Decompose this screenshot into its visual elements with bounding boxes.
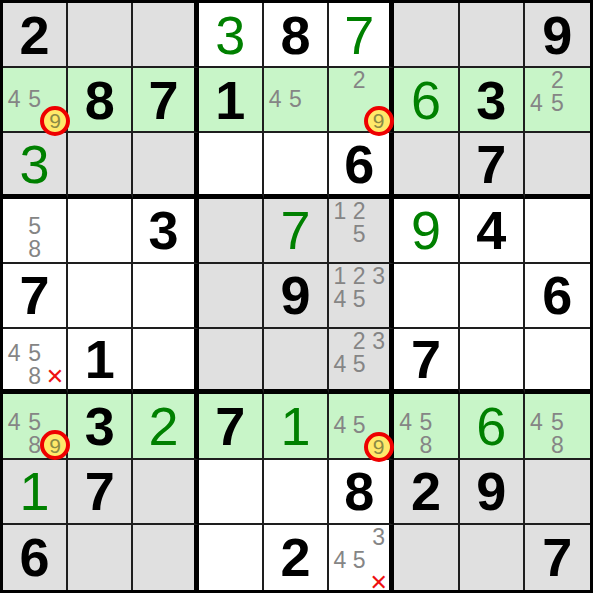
candidate-4: 4 (330, 414, 349, 437)
given-digit: 3 (149, 203, 179, 257)
candidate-4: 4 (4, 88, 24, 111)
pencil-slot-8 (350, 376, 369, 388)
pencil-slot-1 (4, 200, 24, 215)
pencil-slot-1 (330, 69, 349, 92)
pencil-marks: 345✕ (330, 526, 388, 589)
cell-r4c7[interactable]: 9 (394, 199, 459, 264)
pencil-slot-4 (330, 92, 349, 111)
cell-r7c9[interactable]: 458 (525, 394, 590, 459)
cell-r6c9[interactable] (525, 329, 590, 394)
cell-r3c3[interactable] (133, 133, 198, 198)
cell-r6c7[interactable]: 7 (394, 329, 459, 394)
cell-r2c8[interactable]: 3 (460, 68, 525, 133)
pencil-marks: 458 (526, 395, 589, 456)
pencil-slot-8 (350, 572, 369, 593)
pencil-slot-7 (395, 434, 415, 457)
given-digit: 1 (215, 73, 245, 127)
pencil-slot-7 (526, 434, 547, 457)
candidate-4: 4 (4, 411, 24, 434)
solved-digit: 6 (476, 399, 506, 453)
pencil-slot-9: 9 (369, 437, 388, 456)
cell-r7c7[interactable]: 458 (394, 394, 459, 459)
candidate-8: 8 (416, 434, 436, 457)
candidate-5: 5 (350, 223, 369, 246)
candidate-5: 5 (24, 215, 44, 238)
pencil-marks: 12345 (330, 265, 388, 326)
cell-r1c4[interactable]: 3 (199, 3, 264, 68)
given-digit: 6 (542, 268, 572, 322)
given-digit: 8 (280, 8, 310, 62)
cell-r2c7[interactable]: 6 (394, 68, 459, 133)
cell-r9c2[interactable] (68, 525, 133, 590)
candidate-4: 4 (265, 88, 285, 111)
pencil-slot-6 (369, 223, 388, 246)
candidate-5: 5 (24, 342, 44, 365)
candidate-5: 5 (547, 411, 568, 434)
pencil-marks: 2345 (330, 330, 388, 388)
cell-r4c9[interactable] (525, 199, 590, 264)
given-digit: 6 (344, 137, 374, 191)
candidate-3: 3 (369, 330, 388, 353)
given-digit: 7 (411, 332, 441, 386)
pencil-slot-1 (330, 330, 349, 353)
pencil-slot-3 (45, 69, 65, 88)
pencil-slot-3 (45, 200, 65, 215)
candidate-4: 4 (330, 353, 349, 376)
pencil-slot-6 (369, 549, 388, 572)
pencil-slot-3 (306, 69, 326, 88)
pencil-slot-3 (369, 395, 388, 414)
pencil-slot-6 (369, 353, 388, 376)
cell-r7c1[interactable]: 4589 (3, 394, 68, 459)
solved-digit: 2 (149, 399, 179, 453)
pencil-slot-5 (350, 92, 369, 111)
candidate-4: 4 (4, 342, 24, 365)
cell-r3c2[interactable] (68, 133, 133, 198)
cell-r4c3[interactable]: 3 (133, 199, 198, 264)
cell-r5c4[interactable] (199, 264, 264, 329)
pencil-slot-6 (568, 411, 589, 434)
candidate-5: 5 (547, 92, 568, 115)
cell-r2c9[interactable]: 245 (525, 68, 590, 133)
given-digit: 8 (344, 464, 374, 518)
pencil-marks: 459 (4, 69, 65, 130)
cell-r5c3[interactable] (133, 264, 198, 329)
candidate-4: 4 (395, 411, 415, 434)
cell-r6c2[interactable]: 1 (68, 329, 133, 394)
cell-r9c5[interactable]: 2 (264, 525, 329, 590)
candidate-5: 5 (24, 88, 44, 111)
cell-r8c2[interactable]: 7 (68, 460, 133, 525)
cell-r5c2[interactable] (68, 264, 133, 329)
cell-r3c4[interactable] (199, 133, 264, 198)
cell-r9c1[interactable]: 6 (3, 525, 68, 590)
candidate-4: 4 (526, 92, 547, 115)
cell-r7c6[interactable]: 459 (329, 394, 394, 459)
given-digit: 7 (149, 73, 179, 127)
candidate-1: 1 (330, 200, 349, 223)
pencil-slot-9: 9 (45, 434, 65, 457)
pencil-slot-1 (526, 69, 547, 92)
cell-r2c4[interactable]: 1 (199, 68, 264, 133)
cell-r5c8[interactable] (460, 264, 525, 329)
candidate-5: 5 (285, 88, 305, 111)
candidate-2: 2 (547, 69, 568, 92)
circled-candidate-9: 9 (364, 432, 394, 462)
cell-r1c5[interactable]: 8 (264, 3, 329, 68)
cell-r4c4[interactable] (199, 199, 264, 264)
cell-r1c8[interactable] (460, 3, 525, 68)
pencil-slot-7 (4, 111, 24, 130)
solved-digit: 3 (215, 8, 245, 62)
candidate-2: 2 (350, 69, 369, 92)
cell-r6c5[interactable] (264, 329, 329, 394)
circled-candidate-9: 9 (364, 106, 394, 136)
cell-r6c1[interactable]: 458✕ (3, 329, 68, 394)
cell-r7c3[interactable]: 2 (133, 394, 198, 459)
cell-r1c9[interactable]: 9 (525, 3, 590, 68)
cell-r3c8[interactable]: 7 (460, 133, 525, 198)
pencil-slot-3 (568, 395, 589, 410)
cell-r1c6[interactable]: 7 (329, 3, 394, 68)
cell-r8c7[interactable]: 2 (394, 460, 459, 525)
cell-r3c5[interactable] (264, 133, 329, 198)
candidate-3: 3 (369, 265, 388, 288)
cell-r1c2[interactable] (68, 3, 133, 68)
pencil-slot-6 (306, 88, 326, 111)
cell-r2c6[interactable]: 29 (329, 68, 394, 133)
pencil-marks: 125 (330, 200, 388, 261)
pencil-slot-9 (369, 246, 388, 261)
cell-r4c5[interactable]: 7 (264, 199, 329, 264)
cell-r8c8[interactable]: 9 (460, 460, 525, 525)
pencil-slot-7 (265, 111, 285, 130)
pencil-slot-7 (4, 365, 24, 388)
pencil-slot-9 (45, 238, 65, 261)
pencil-slot-8 (350, 311, 369, 326)
sudoku-board: 2387945987145296324536758371259479123456… (0, 0, 593, 593)
cell-r9c9[interactable]: 7 (525, 525, 590, 590)
cell-r5c5[interactable]: 9 (264, 264, 329, 329)
pencil-slot-6 (436, 411, 456, 434)
pencil-marks: 459 (330, 395, 388, 456)
candidate-4: 4 (330, 288, 349, 311)
solved-digit: 6 (411, 73, 441, 127)
pencil-marks: 458 (395, 395, 456, 456)
cell-r6c4[interactable] (199, 329, 264, 394)
pencil-slot-7 (4, 238, 24, 261)
given-digit: 9 (476, 464, 506, 518)
given-digit: 7 (542, 530, 572, 584)
cell-r6c6[interactable]: 2345 (329, 329, 394, 394)
pencil-slot-7 (330, 572, 349, 593)
cell-r9c3[interactable] (133, 525, 198, 590)
cell-r8c9[interactable] (525, 460, 590, 525)
cell-r1c1[interactable]: 2 (3, 3, 68, 68)
pencil-slot-2 (350, 526, 369, 549)
pencil-slot-6 (45, 342, 65, 365)
cell-r5c9[interactable]: 6 (525, 264, 590, 329)
cell-r8c6[interactable]: 8 (329, 460, 394, 525)
cell-r3c7[interactable] (394, 133, 459, 198)
pencil-marks: 58 (4, 200, 65, 261)
pencil-slot-7 (330, 311, 349, 326)
given-digit: 9 (280, 268, 310, 322)
pencil-slot-9 (369, 311, 388, 326)
given-digit: 7 (476, 137, 506, 191)
given-digit: 7 (215, 399, 245, 453)
pencil-slot-9: 9 (369, 111, 388, 130)
cell-r6c8[interactable] (460, 329, 525, 394)
pencil-slot-8 (285, 111, 305, 130)
pencil-slot-9 (436, 434, 456, 457)
cell-r3c1[interactable]: 3 (3, 133, 68, 198)
given-digit: 9 (542, 8, 572, 62)
candidate-5: 5 (24, 411, 44, 434)
pencil-slot-8 (547, 115, 568, 130)
candidate-1: 1 (330, 265, 349, 288)
cell-r2c2[interactable]: 8 (68, 68, 133, 133)
cell-r8c4[interactable] (199, 460, 264, 525)
pencil-slot-9: ✕ (45, 365, 65, 388)
cell-r9c8[interactable] (460, 525, 525, 590)
cell-r7c2[interactable]: 3 (68, 394, 133, 459)
pencil-slot-6 (568, 92, 589, 115)
pencil-slot-6 (369, 288, 388, 311)
pencil-slot-9 (369, 376, 388, 388)
cell-r8c5[interactable] (264, 460, 329, 525)
pencil-slot-3 (45, 330, 65, 342)
candidate-8: 8 (24, 238, 44, 261)
given-digit: 1 (85, 332, 115, 386)
pencil-slot-1 (330, 526, 349, 549)
pencil-slot-4 (4, 215, 24, 238)
cell-r4c2[interactable] (68, 199, 133, 264)
cell-r9c7[interactable] (394, 525, 459, 590)
candidate-8: 8 (547, 434, 568, 457)
cell-r5c7[interactable] (394, 264, 459, 329)
cell-r1c7[interactable] (394, 3, 459, 68)
candidate-5: 5 (350, 288, 369, 311)
pencil-slot-7 (330, 111, 349, 130)
given-digit: 3 (476, 73, 506, 127)
cell-r3c6[interactable]: 6 (329, 133, 394, 198)
pencil-slot-3 (369, 200, 388, 223)
candidate-2: 2 (350, 200, 369, 223)
cell-r5c6[interactable]: 12345 (329, 264, 394, 329)
elimination-x-icon: ✕ (46, 366, 64, 388)
pencil-marks: 4589 (4, 395, 65, 456)
circled-candidate-9: 9 (40, 430, 70, 460)
candidate-3: 3 (369, 526, 388, 549)
pencil-slot-7 (330, 437, 349, 456)
given-digit: 7 (85, 464, 115, 518)
elimination-x-icon: ✕ (369, 572, 387, 593)
pencil-marks: 458✕ (4, 330, 65, 388)
solved-digit: 1 (280, 399, 310, 453)
pencil-slot-3 (45, 395, 65, 410)
cell-r8c1[interactable]: 1 (3, 460, 68, 525)
pencil-slot-9 (568, 115, 589, 130)
candidate-5: 5 (416, 411, 436, 434)
cell-r2c3[interactable]: 7 (133, 68, 198, 133)
pencil-slot-3 (436, 395, 456, 410)
cell-r4c8[interactable]: 4 (460, 199, 525, 264)
solved-digit: 7 (344, 8, 374, 62)
solved-digit: 3 (20, 137, 50, 191)
pencil-slot-3 (568, 69, 589, 92)
cell-r7c8[interactable]: 6 (460, 394, 525, 459)
cell-r9c6[interactable]: 345✕ (329, 525, 394, 590)
pencil-slot-7 (330, 376, 349, 388)
pencil-slot-9: 9 (45, 111, 65, 130)
given-digit: 7 (20, 268, 50, 322)
given-digit: 3 (85, 399, 115, 453)
circled-candidate-9: 9 (40, 106, 70, 136)
cell-r7c4[interactable]: 7 (199, 394, 264, 459)
solved-digit: 7 (280, 203, 310, 257)
pencil-slot-7 (330, 246, 349, 261)
candidate-8: 8 (24, 365, 44, 388)
given-digit: 2 (280, 530, 310, 584)
cell-r2c1[interactable]: 459 (3, 68, 68, 133)
cell-r5c1[interactable]: 7 (3, 264, 68, 329)
pencil-slot-8 (350, 246, 369, 261)
solved-digit: 9 (411, 203, 441, 257)
candidate-5: 5 (350, 353, 369, 376)
cell-r2c5[interactable]: 45 (264, 68, 329, 133)
cell-r6c3[interactable] (133, 329, 198, 394)
given-digit: 6 (20, 530, 50, 584)
pencil-marks: 45 (265, 69, 326, 130)
pencil-slot-6 (45, 215, 65, 238)
given-digit: 8 (85, 73, 115, 127)
candidate-4: 4 (330, 549, 349, 572)
pencil-slot-7 (526, 115, 547, 130)
candidate-5: 5 (350, 414, 369, 437)
cell-r7c5[interactable]: 1 (264, 394, 329, 459)
candidate-2: 2 (350, 330, 369, 353)
cell-r9c4[interactable] (199, 525, 264, 590)
cell-r4c1[interactable]: 58 (3, 199, 68, 264)
cell-r1c3[interactable] (133, 3, 198, 68)
pencil-slot-3 (369, 69, 388, 92)
cell-r3c9[interactable] (525, 133, 590, 198)
pencil-slot-9 (306, 111, 326, 130)
pencil-slot-9: ✕ (369, 572, 388, 593)
given-digit: 4 (476, 203, 506, 257)
pencil-slot-9 (568, 434, 589, 457)
candidate-5: 5 (350, 549, 369, 572)
pencil-marks: 245 (526, 69, 589, 130)
given-digit: 2 (20, 8, 50, 62)
pencil-slot-7 (4, 434, 24, 457)
cell-r8c3[interactable] (133, 460, 198, 525)
given-digit: 2 (411, 464, 441, 518)
candidate-2: 2 (350, 265, 369, 288)
pencil-slot-4 (330, 223, 349, 246)
pencil-marks: 29 (330, 69, 388, 130)
solved-digit: 1 (20, 464, 50, 518)
candidate-4: 4 (526, 411, 547, 434)
cell-r4c6[interactable]: 125 (329, 199, 394, 264)
